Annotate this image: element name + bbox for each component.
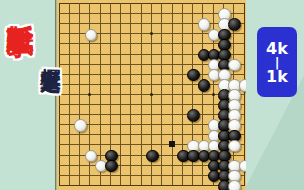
star-point	[150, 32, 153, 35]
white-stone	[198, 18, 211, 31]
rank-badge-bottom: 1k	[266, 68, 288, 85]
white-stone	[85, 29, 98, 42]
star-point	[88, 93, 91, 96]
rank-badge-divider: |	[275, 57, 280, 68]
grid-line	[161, 3, 162, 186]
star-point	[150, 93, 153, 96]
black-stone	[198, 79, 211, 92]
square-marker	[169, 141, 175, 147]
subtitle-vertical-dark: 探索棋之正道	[38, 52, 64, 58]
white-stone	[85, 150, 98, 163]
white-stone	[228, 59, 241, 72]
grid-line	[172, 3, 173, 186]
title-vertical-red: 斩断实战恶手	[3, 3, 37, 9]
grid-line	[244, 3, 245, 186]
black-stone	[228, 18, 241, 31]
white-stone	[228, 180, 241, 190]
white-stone	[239, 79, 246, 92]
rank-badge-top: 4k	[266, 40, 288, 57]
white-stone	[228, 140, 241, 153]
black-stone	[105, 160, 118, 173]
grid-line	[59, 104, 245, 105]
black-stone	[146, 150, 159, 163]
rank-badge: 4k | 1k	[257, 27, 297, 97]
grid-line	[59, 185, 245, 186]
white-stone	[74, 119, 87, 132]
black-stone	[187, 69, 200, 82]
black-stone	[187, 109, 200, 122]
go-board	[56, 0, 246, 190]
grid-line	[59, 114, 245, 115]
star-point	[212, 93, 215, 96]
white-stone	[239, 160, 246, 173]
video-thumbnail[interactable]: 斩断实战恶手 探索棋之正道 4k | 1k	[0, 0, 304, 190]
